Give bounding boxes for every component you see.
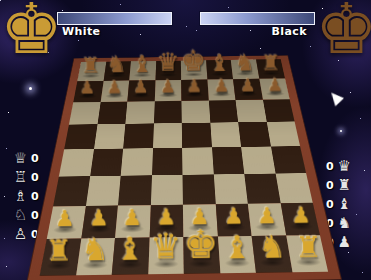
piece-white-knight[interactable]: ♞: [80, 234, 108, 266]
square-b7[interactable]: ♟: [100, 81, 129, 102]
square-e7[interactable]: ♟: [181, 79, 208, 100]
piece-white-rook[interactable]: ♜: [46, 236, 73, 266]
square-g1[interactable]: ♞: [252, 236, 292, 273]
square-c7[interactable]: ♟: [127, 80, 155, 101]
piece-black-pawn[interactable]: ♟: [187, 77, 203, 95]
square-e1[interactable]: ♚: [183, 237, 220, 274]
square-c1[interactable]: ♝: [112, 238, 149, 275]
piece-black-pawn[interactable]: ♟: [106, 78, 122, 96]
square-e5[interactable]: [182, 123, 212, 148]
square-g7[interactable]: ♟: [233, 79, 262, 100]
piece-black-bishop[interactable]: ♝: [209, 51, 230, 75]
square-f3[interactable]: [213, 174, 247, 204]
piece-black-rook[interactable]: ♜: [261, 52, 280, 73]
square-a3[interactable]: [53, 176, 90, 206]
square-g5[interactable]: [238, 122, 270, 147]
piece-black-queen[interactable]: ♛: [157, 50, 180, 76]
piece-black-pawn[interactable]: ♟: [160, 78, 176, 96]
piece-white-rook[interactable]: ♜: [295, 233, 322, 263]
square-g3[interactable]: [244, 173, 280, 203]
square-d4[interactable]: [152, 148, 183, 175]
square-c4[interactable]: [121, 148, 153, 175]
piece-white-pawn[interactable]: ♟: [55, 208, 75, 230]
square-h7[interactable]: ♟: [259, 78, 290, 99]
square-g6[interactable]: [236, 99, 267, 122]
square-a1[interactable]: ♜: [40, 239, 81, 276]
piece-white-pawn[interactable]: ♟: [257, 205, 277, 227]
square-h3[interactable]: [275, 173, 313, 203]
square-b1[interactable]: ♞: [76, 238, 115, 275]
square-a4[interactable]: [59, 149, 94, 176]
piece-white-bishop[interactable]: ♝: [222, 231, 251, 264]
piece-black-rook[interactable]: ♜: [81, 55, 100, 76]
square-e3[interactable]: [182, 174, 215, 204]
square-e4[interactable]: [182, 147, 213, 174]
piece-white-pawn[interactable]: ♟: [89, 208, 109, 230]
piece-white-king[interactable]: ♚: [184, 225, 219, 264]
square-g4[interactable]: [241, 147, 275, 174]
piece-white-knight[interactable]: ♞: [258, 232, 286, 264]
piece-black-bishop[interactable]: ♝: [132, 52, 153, 76]
square-h4[interactable]: [271, 146, 306, 173]
piece-black-pawn[interactable]: ♟: [240, 77, 256, 95]
piece-white-pawn[interactable]: ♟: [122, 207, 142, 229]
square-b6[interactable]: [97, 101, 127, 124]
square-a5[interactable]: [64, 124, 97, 149]
board-frame: ♜♞♝♛♚♝♞♜♟♟♟♟♟♟♟♟♟♟♟♟♟♟♟♟♜♞♝♛♚♝♞♜: [26, 55, 342, 280]
piece-white-queen[interactable]: ♛: [150, 229, 182, 265]
piece-white-pawn[interactable]: ♟: [291, 205, 311, 227]
piece-black-pawn[interactable]: ♟: [267, 76, 283, 94]
piece-black-knight[interactable]: ♞: [235, 51, 256, 74]
piece-white-bishop[interactable]: ♝: [116, 233, 145, 266]
piece-black-king[interactable]: ♚: [181, 46, 207, 75]
square-d7[interactable]: ♟: [154, 80, 181, 101]
square-c6[interactable]: [125, 101, 154, 124]
square-f4[interactable]: [212, 147, 245, 174]
square-c3[interactable]: [118, 175, 152, 205]
square-b3[interactable]: [86, 176, 121, 206]
square-b5[interactable]: [94, 124, 126, 149]
square-c5[interactable]: [123, 124, 153, 149]
square-f1[interactable]: ♝: [218, 236, 256, 273]
square-f5[interactable]: [210, 122, 241, 147]
piece-black-pawn[interactable]: ♟: [133, 78, 149, 96]
board-3d-scene: ♜♞♝♛♚♝♞♜♟♟♟♟♟♟♟♟♟♟♟♟♟♟♟♟♜♞♝♛♚♝♞♜: [0, 0, 371, 280]
square-f6[interactable]: [208, 100, 238, 123]
square-f7[interactable]: ♟: [207, 79, 235, 100]
square-d5[interactable]: [153, 123, 182, 148]
square-h5[interactable]: [266, 122, 300, 147]
square-a6[interactable]: [69, 102, 100, 125]
piece-black-knight[interactable]: ♞: [106, 53, 127, 76]
game-window: White Black ♚ ♚ ♕0♖0♗0♘0♙0 0♛0♜0♝0♞0♟ ♜♞…: [0, 0, 371, 280]
piece-black-pawn[interactable]: ♟: [213, 77, 229, 95]
square-a7[interactable]: ♟: [73, 81, 103, 102]
square-d6[interactable]: [154, 101, 182, 124]
square-b4[interactable]: [90, 149, 123, 176]
piece-black-pawn[interactable]: ♟: [80, 79, 96, 97]
square-h1[interactable]: ♜: [286, 235, 328, 272]
square-e6[interactable]: [181, 100, 210, 123]
square-d1[interactable]: ♛: [148, 237, 184, 274]
chess-board[interactable]: ♜♞♝♛♚♝♞♜♟♟♟♟♟♟♟♟♟♟♟♟♟♟♟♟♜♞♝♛♚♝♞♜: [40, 59, 328, 275]
square-h6[interactable]: [263, 99, 295, 122]
square-d3[interactable]: [150, 175, 182, 205]
piece-white-pawn[interactable]: ♟: [224, 206, 244, 228]
